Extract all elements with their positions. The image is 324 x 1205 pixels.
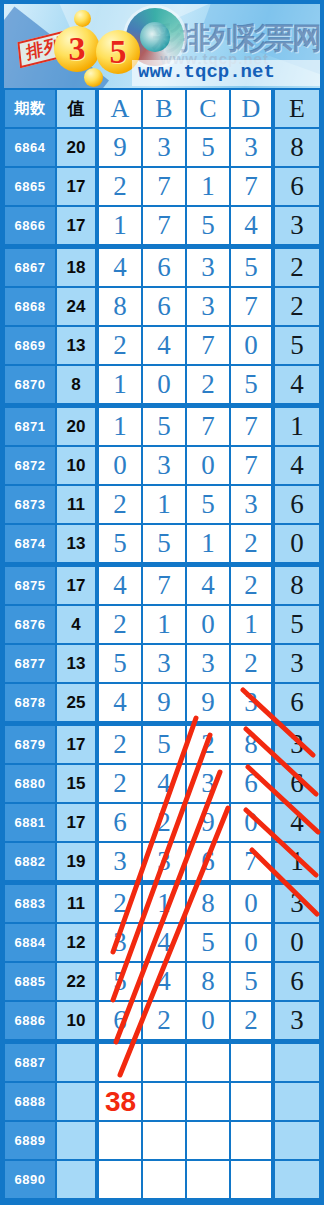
table-row-6869: 68691324705 bbox=[5, 327, 319, 364]
digit-cell: 0 bbox=[275, 525, 319, 562]
value-cell: 22 bbox=[57, 963, 95, 1000]
period-cell: 6881 bbox=[5, 804, 55, 841]
digit-cell: 2 bbox=[99, 168, 141, 205]
digit-cell: 9 bbox=[143, 684, 185, 721]
digit-cell: 1 bbox=[143, 885, 185, 922]
period-cell: 6871 bbox=[5, 408, 55, 445]
digit-cell: 5 bbox=[187, 207, 229, 244]
table-row-6864: 68642093538 bbox=[5, 129, 319, 166]
period-cell: 6867 bbox=[5, 249, 55, 286]
digit: 2 bbox=[113, 765, 127, 802]
digit-cell bbox=[187, 1122, 229, 1159]
digit: 2 bbox=[113, 606, 127, 643]
digit-cell: 5 bbox=[187, 486, 229, 523]
digit-cell: 1 bbox=[99, 408, 141, 445]
digit: 3 bbox=[113, 843, 127, 880]
digit-cell: 8 bbox=[187, 963, 229, 1000]
digit-cell: 2 bbox=[231, 1002, 271, 1039]
site-banner: 彩排列彩票网 排列 3 5 www.tqcp.net www.tqcp.net bbox=[4, 4, 320, 88]
digit-cell: 2 bbox=[99, 486, 141, 523]
lottery-trend-chart: 彩排列彩票网 排列 3 5 www.tqcp.net www.tqcp.net … bbox=[0, 0, 324, 1205]
digit-cell bbox=[275, 1122, 319, 1159]
digit-cell bbox=[143, 1044, 185, 1081]
digit-cell: 7 bbox=[231, 447, 271, 484]
digit: 7 bbox=[201, 408, 215, 445]
table-row-6876: 6876421015 bbox=[5, 606, 319, 643]
digit-cell: 6 bbox=[275, 765, 319, 802]
table-row-6887: 6887 bbox=[5, 1044, 319, 1081]
digit-cell: 1 bbox=[187, 168, 229, 205]
digit-cell: 3 bbox=[231, 486, 271, 523]
digit-cell: 7 bbox=[231, 408, 271, 445]
digit: 3 bbox=[244, 129, 258, 166]
digit: 2 bbox=[113, 486, 127, 523]
digit: 6 bbox=[290, 765, 304, 802]
digit-cell: 6 bbox=[275, 486, 319, 523]
table-row-6871: 68712015771 bbox=[5, 408, 319, 445]
table-row-6868: 68682486372 bbox=[5, 288, 319, 325]
digit: 5 bbox=[113, 645, 127, 682]
digit: 1 bbox=[201, 168, 215, 205]
digit-cell: 2 bbox=[99, 726, 141, 763]
digit: 8 bbox=[290, 567, 304, 604]
digit: 4 bbox=[244, 207, 258, 244]
table-row-6883: 68831121803 bbox=[5, 885, 319, 922]
value-cell: 19 bbox=[57, 843, 95, 880]
digit-cell: 5 bbox=[187, 129, 229, 166]
period-cell: 6879 bbox=[5, 726, 55, 763]
digit: 5 bbox=[157, 525, 171, 562]
digit: 6 bbox=[201, 843, 215, 880]
value-cell: 18 bbox=[57, 249, 95, 286]
digit-cell: 0 bbox=[187, 606, 229, 643]
period-cell: 6882 bbox=[5, 843, 55, 880]
digit-cell: 5 bbox=[275, 606, 319, 643]
digit-cell: 0 bbox=[275, 924, 319, 961]
period-cell: 6872 bbox=[5, 447, 55, 484]
digit-cell: 6 bbox=[275, 684, 319, 721]
digit: 4 bbox=[290, 366, 304, 403]
digit-cell: 5 bbox=[143, 525, 185, 562]
digit-cell: 3 bbox=[275, 207, 319, 244]
table-row-6886: 68861062023 bbox=[5, 1002, 319, 1039]
value-cell: 13 bbox=[57, 645, 95, 682]
digit-cell bbox=[275, 1044, 319, 1081]
digit-cell: 5 bbox=[187, 924, 229, 961]
value-cell: 10 bbox=[57, 1002, 95, 1039]
value-cell: 17 bbox=[57, 726, 95, 763]
table-row-6888: 688838 bbox=[5, 1083, 319, 1120]
digit: 5 bbox=[201, 129, 215, 166]
digit-cell: 4 bbox=[99, 567, 141, 604]
digit: 2 bbox=[157, 1002, 171, 1039]
table-row-6875: 68751747428 bbox=[5, 567, 319, 604]
digit-cell: 2 bbox=[99, 327, 141, 364]
period-cell: 6875 bbox=[5, 567, 55, 604]
digit: 4 bbox=[157, 327, 171, 364]
digit: 3 bbox=[113, 924, 127, 961]
digit: 1 bbox=[157, 486, 171, 523]
header-col-a: A bbox=[111, 90, 130, 127]
digit: 0 bbox=[244, 804, 258, 841]
digit-cell: 0 bbox=[187, 447, 229, 484]
digit-cell: 2 bbox=[143, 804, 185, 841]
digit-cell: 2 bbox=[231, 567, 271, 604]
digit: 0 bbox=[244, 327, 258, 364]
digit: 3 bbox=[201, 249, 215, 286]
value-cell: 15 bbox=[57, 765, 95, 802]
digit-cell bbox=[99, 1122, 141, 1159]
value-cell: 13 bbox=[57, 327, 95, 364]
digit-cell: 4 bbox=[143, 963, 185, 1000]
digit: 4 bbox=[113, 684, 127, 721]
digit: 6 bbox=[113, 804, 127, 841]
digit-cell: 4 bbox=[275, 804, 319, 841]
digit-cell: 0 bbox=[143, 366, 185, 403]
period-cell: 6885 bbox=[5, 963, 55, 1000]
digit: 0 bbox=[244, 924, 258, 961]
digit-cell: 9 bbox=[187, 684, 229, 721]
digit-cell bbox=[187, 1161, 229, 1198]
digit: 1 bbox=[290, 408, 304, 445]
digit-cell bbox=[143, 1122, 185, 1159]
digit: 3 bbox=[290, 207, 304, 244]
digit: 8 bbox=[113, 288, 127, 325]
digit-cell: 1 bbox=[99, 207, 141, 244]
digit: 4 bbox=[290, 804, 304, 841]
digit-cell: 3 bbox=[99, 843, 141, 880]
digit-cell: 3 bbox=[187, 249, 229, 286]
digit: 4 bbox=[113, 249, 127, 286]
value-cell: 11 bbox=[57, 486, 95, 523]
table-row-6885: 68852254856 bbox=[5, 963, 319, 1000]
digit-cell: 0 bbox=[231, 327, 271, 364]
digit: 3 bbox=[290, 645, 304, 682]
digit-cell: 7 bbox=[143, 567, 185, 604]
digit-cell: 8 bbox=[231, 726, 271, 763]
digit-cell: 3 bbox=[275, 726, 319, 763]
table-row-6879: 68791725283 bbox=[5, 726, 319, 763]
digit: 7 bbox=[157, 567, 171, 604]
digit: 1 bbox=[157, 885, 171, 922]
digit: 5 bbox=[201, 486, 215, 523]
digit-cell: 4 bbox=[99, 684, 141, 721]
digit: 6 bbox=[157, 288, 171, 325]
digit-cell: 8 bbox=[99, 288, 141, 325]
digit-cell: 7 bbox=[143, 207, 185, 244]
period-cell: 6883 bbox=[5, 885, 55, 922]
value-cell bbox=[57, 1083, 95, 1120]
digit-cell: 3 bbox=[143, 843, 185, 880]
digit: 3 bbox=[201, 288, 215, 325]
digit-cell: 38 bbox=[99, 1083, 141, 1120]
digit-cell: 8 bbox=[187, 885, 229, 922]
digit: 7 bbox=[244, 408, 258, 445]
digit-cell bbox=[99, 1044, 141, 1081]
digit-cell bbox=[99, 1161, 141, 1198]
digit: 0 bbox=[201, 606, 215, 643]
digit-cell: 1 bbox=[275, 843, 319, 880]
value-cell: 20 bbox=[57, 408, 95, 445]
trend-table-body: 6864209353868651727176686617175436867184… bbox=[5, 129, 319, 1198]
digit-cell: 7 bbox=[143, 168, 185, 205]
digit: 7 bbox=[244, 288, 258, 325]
table-row-6880: 68801524366 bbox=[5, 765, 319, 802]
digit: 5 bbox=[201, 207, 215, 244]
digit-cell: 1 bbox=[231, 606, 271, 643]
digit-cell: 6 bbox=[275, 168, 319, 205]
digit: 2 bbox=[201, 366, 215, 403]
digit: 9 bbox=[201, 684, 215, 721]
digit: 3 bbox=[290, 1002, 304, 1039]
digit-cell: 2 bbox=[231, 525, 271, 562]
period-cell: 6884 bbox=[5, 924, 55, 961]
value-cell: 24 bbox=[57, 288, 95, 325]
digit-cell bbox=[231, 1122, 271, 1159]
digit-cell bbox=[275, 1083, 319, 1120]
digit: 6 bbox=[244, 765, 258, 802]
digit-cell: 5 bbox=[231, 366, 271, 403]
table-row-6884: 68841234500 bbox=[5, 924, 319, 961]
digit-cell: 2 bbox=[99, 885, 141, 922]
value-cell bbox=[57, 1044, 95, 1081]
digit-cell: 6 bbox=[99, 804, 141, 841]
digit: 5 bbox=[201, 924, 215, 961]
digit-cell: 3 bbox=[143, 447, 185, 484]
digit-cell: 7 bbox=[231, 843, 271, 880]
digit: 1 bbox=[113, 207, 127, 244]
digit-cell: 2 bbox=[187, 726, 229, 763]
period-cell: 6876 bbox=[5, 606, 55, 643]
digit: 4 bbox=[201, 567, 215, 604]
digit-cell: 1 bbox=[187, 525, 229, 562]
digit: 1 bbox=[290, 843, 304, 880]
digit-cell: 3 bbox=[99, 924, 141, 961]
digit-cell: 9 bbox=[99, 129, 141, 166]
digit-cell: 4 bbox=[99, 249, 141, 286]
period-cell: 6888 bbox=[5, 1083, 55, 1120]
digit: 7 bbox=[157, 207, 171, 244]
digit: 2 bbox=[244, 645, 258, 682]
digit-cell: 5 bbox=[231, 249, 271, 286]
digit-cell bbox=[187, 1044, 229, 1081]
table-header-row: 期数 值 A B C D E bbox=[5, 90, 319, 127]
digit-cell: 4 bbox=[143, 924, 185, 961]
period-cell: 6877 bbox=[5, 645, 55, 682]
digit: 3 bbox=[201, 765, 215, 802]
table-row-6877: 68771353323 bbox=[5, 645, 319, 682]
digit: 5 bbox=[244, 249, 258, 286]
digit: 1 bbox=[113, 366, 127, 403]
digit: 3 bbox=[157, 645, 171, 682]
digit: 9 bbox=[157, 684, 171, 721]
digit: 2 bbox=[244, 567, 258, 604]
digit: 3 bbox=[201, 645, 215, 682]
digit-cell: 1 bbox=[143, 486, 185, 523]
digit-cell: 3 bbox=[187, 288, 229, 325]
digit-cell: 3 bbox=[143, 129, 185, 166]
table-row-6865: 68651727176 bbox=[5, 168, 319, 205]
digit-cell bbox=[143, 1161, 185, 1198]
table-row-6870: 6870810254 bbox=[5, 366, 319, 403]
digit: 5 bbox=[244, 963, 258, 1000]
digit-cell: 6 bbox=[99, 1002, 141, 1039]
period-cell: 6865 bbox=[5, 168, 55, 205]
digit: 3 bbox=[157, 843, 171, 880]
digit-cell: 7 bbox=[231, 288, 271, 325]
value-cell: 13 bbox=[57, 525, 95, 562]
value-cell: 4 bbox=[57, 606, 95, 643]
digit-cell: 1 bbox=[143, 606, 185, 643]
table-row-6889: 6889 bbox=[5, 1122, 319, 1159]
digit: 7 bbox=[244, 168, 258, 205]
period-cell: 6864 bbox=[5, 129, 55, 166]
digit-cell: 7 bbox=[187, 408, 229, 445]
digit-cell: 5 bbox=[99, 525, 141, 562]
digit: 0 bbox=[201, 447, 215, 484]
digit-cell: 0 bbox=[231, 804, 271, 841]
digit: 3 bbox=[157, 447, 171, 484]
digit-cell: 6 bbox=[143, 249, 185, 286]
red-annotation-38: 38 bbox=[99, 1086, 141, 1118]
digit: 4 bbox=[157, 765, 171, 802]
period-cell: 6878 bbox=[5, 684, 55, 721]
digit: 0 bbox=[157, 366, 171, 403]
digit-cell: 5 bbox=[143, 408, 185, 445]
header-col-d: D bbox=[242, 90, 261, 127]
table-row-6882: 68821933671 bbox=[5, 843, 319, 880]
digit-cell: 3 bbox=[231, 684, 271, 721]
digit: 8 bbox=[201, 885, 215, 922]
digit-cell: 0 bbox=[231, 885, 271, 922]
digit: 4 bbox=[290, 447, 304, 484]
digit-cell: 8 bbox=[275, 567, 319, 604]
digit: 6 bbox=[290, 168, 304, 205]
table-row-6866: 68661717543 bbox=[5, 207, 319, 244]
digit-cell: 4 bbox=[143, 327, 185, 364]
digit-cell: 3 bbox=[231, 129, 271, 166]
digit-cell: 5 bbox=[99, 963, 141, 1000]
table-row-6878: 68782549936 bbox=[5, 684, 319, 721]
digit-cell: 0 bbox=[231, 924, 271, 961]
digit: 5 bbox=[290, 327, 304, 364]
period-cell: 6874 bbox=[5, 525, 55, 562]
digit: 3 bbox=[244, 486, 258, 523]
digit-cell: 2 bbox=[275, 288, 319, 325]
value-cell bbox=[57, 1122, 95, 1159]
digit-cell: 5 bbox=[143, 726, 185, 763]
digit: 3 bbox=[244, 684, 258, 721]
header-period: 期数 bbox=[5, 90, 55, 127]
digit: 2 bbox=[290, 288, 304, 325]
lottery-ball-small bbox=[84, 68, 103, 87]
digit-cell: 6 bbox=[231, 765, 271, 802]
period-cell: 6866 bbox=[5, 207, 55, 244]
digit: 8 bbox=[290, 129, 304, 166]
digit: 7 bbox=[157, 168, 171, 205]
digit: 7 bbox=[244, 447, 258, 484]
site-url-link[interactable]: www.tqcp.net bbox=[138, 61, 275, 83]
digit-cell bbox=[231, 1044, 271, 1081]
table-row-6873: 68731121536 bbox=[5, 486, 319, 523]
digit-cell: 2 bbox=[275, 249, 319, 286]
digit-cell: 0 bbox=[187, 1002, 229, 1039]
digit-cell: 7 bbox=[187, 327, 229, 364]
period-cell: 6880 bbox=[5, 765, 55, 802]
period-cell: 6886 bbox=[5, 1002, 55, 1039]
digit: 0 bbox=[290, 525, 304, 562]
digit: 0 bbox=[113, 447, 127, 484]
digit: 4 bbox=[157, 963, 171, 1000]
period-cell: 6868 bbox=[5, 288, 55, 325]
table-row-6872: 68721003074 bbox=[5, 447, 319, 484]
digit: 2 bbox=[244, 1002, 258, 1039]
digit-cell: 2 bbox=[99, 606, 141, 643]
digit-cell: 9 bbox=[187, 804, 229, 841]
digit: 2 bbox=[113, 726, 127, 763]
value-cell: 20 bbox=[57, 129, 95, 166]
digit: 9 bbox=[201, 804, 215, 841]
digit-cell: 2 bbox=[99, 765, 141, 802]
header-col-e: E bbox=[289, 90, 305, 127]
digit: 4 bbox=[157, 924, 171, 961]
digit: 6 bbox=[290, 684, 304, 721]
value-cell: 17 bbox=[57, 804, 95, 841]
digit: 1 bbox=[201, 525, 215, 562]
value-cell: 8 bbox=[57, 366, 95, 403]
digit: 8 bbox=[201, 963, 215, 1000]
digit-cell: 3 bbox=[187, 645, 229, 682]
digit-cell: 5 bbox=[99, 645, 141, 682]
digit-cell: 1 bbox=[275, 408, 319, 445]
lottery-ball-small bbox=[74, 10, 91, 27]
digit-cell: 6 bbox=[275, 963, 319, 1000]
digit: 0 bbox=[290, 924, 304, 961]
digit-cell: 8 bbox=[275, 129, 319, 166]
digit: 5 bbox=[157, 408, 171, 445]
value-cell: 12 bbox=[57, 924, 95, 961]
value-cell: 10 bbox=[57, 447, 95, 484]
digit-cell: 2 bbox=[143, 1002, 185, 1039]
digit: 9 bbox=[113, 129, 127, 166]
trend-table: 期数 值 A B C D E 6864209353868651727176686… bbox=[5, 90, 319, 1200]
digit: 2 bbox=[201, 726, 215, 763]
table-row-6874: 68741355120 bbox=[5, 525, 319, 562]
digit-cell: 2 bbox=[187, 366, 229, 403]
digit-cell: 5 bbox=[231, 963, 271, 1000]
digit: 6 bbox=[290, 486, 304, 523]
digit-cell: 3 bbox=[187, 765, 229, 802]
digit-cell: 7 bbox=[231, 168, 271, 205]
digit-cell bbox=[143, 1083, 185, 1120]
table-row-6867: 68671846352 bbox=[5, 249, 319, 286]
digit: 5 bbox=[157, 726, 171, 763]
digit: 7 bbox=[244, 843, 258, 880]
digit-cell: 6 bbox=[143, 288, 185, 325]
digit: 3 bbox=[290, 726, 304, 763]
value-cell: 17 bbox=[57, 168, 95, 205]
value-cell: 17 bbox=[57, 567, 95, 604]
value-cell: 17 bbox=[57, 207, 95, 244]
digit-cell: 0 bbox=[99, 447, 141, 484]
digit: 8 bbox=[244, 726, 258, 763]
digit-cell: 3 bbox=[275, 1002, 319, 1039]
value-cell bbox=[57, 1161, 95, 1198]
value-cell: 25 bbox=[57, 684, 95, 721]
digit-cell: 3 bbox=[143, 645, 185, 682]
digit: 7 bbox=[201, 327, 215, 364]
digit: 1 bbox=[244, 606, 258, 643]
